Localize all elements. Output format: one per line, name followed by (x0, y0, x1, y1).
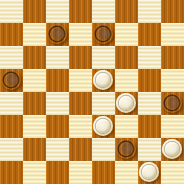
light-square-r6c0 (0, 138, 23, 161)
light-square-r3c5 (115, 69, 138, 92)
white-man-piece[interactable] (139, 162, 159, 182)
square-24[interactable] (138, 115, 161, 138)
square-12[interactable] (161, 46, 184, 69)
white-man-piece[interactable] (93, 70, 113, 90)
square-20[interactable] (161, 92, 184, 115)
square-18[interactable] (69, 92, 92, 115)
square-31[interactable] (92, 161, 115, 184)
square-9[interactable] (23, 46, 46, 69)
light-square-r3c3 (69, 69, 92, 92)
square-8[interactable] (138, 23, 161, 46)
square-11[interactable] (115, 46, 138, 69)
light-square-r5c3 (69, 115, 92, 138)
light-square-r5c5 (115, 115, 138, 138)
light-square-r0c6 (138, 0, 161, 23)
square-19[interactable] (115, 92, 138, 115)
light-square-r2c2 (46, 46, 69, 69)
square-32[interactable] (138, 161, 161, 184)
light-square-r0c2 (46, 0, 69, 23)
white-man-piece[interactable] (116, 93, 136, 113)
light-square-r1c5 (115, 23, 138, 46)
square-25[interactable] (23, 138, 46, 161)
light-square-r6c6 (138, 138, 161, 161)
white-man-piece[interactable] (93, 116, 113, 136)
black-man-piece[interactable] (93, 24, 113, 44)
square-22[interactable] (46, 115, 69, 138)
light-square-r6c2 (46, 138, 69, 161)
light-square-r5c7 (161, 115, 184, 138)
square-6[interactable] (46, 23, 69, 46)
square-5[interactable] (0, 23, 23, 46)
light-square-r5c1 (23, 115, 46, 138)
light-square-r2c0 (0, 46, 23, 69)
light-square-r0c4 (92, 0, 115, 23)
black-man-piece[interactable] (1, 70, 21, 90)
light-square-r3c1 (23, 69, 46, 92)
square-21[interactable] (0, 115, 23, 138)
black-man-piece[interactable] (162, 93, 182, 113)
black-man-piece[interactable] (47, 24, 67, 44)
square-23[interactable] (92, 115, 115, 138)
square-4[interactable] (161, 0, 184, 23)
light-square-r7c5 (115, 161, 138, 184)
square-2[interactable] (69, 0, 92, 23)
square-30[interactable] (46, 161, 69, 184)
square-3[interactable] (115, 0, 138, 23)
light-square-r4c2 (46, 92, 69, 115)
square-15[interactable] (92, 69, 115, 92)
square-28[interactable] (161, 138, 184, 161)
square-29[interactable] (0, 161, 23, 184)
light-square-r6c4 (92, 138, 115, 161)
black-man-piece[interactable] (116, 139, 136, 159)
light-square-r7c3 (69, 161, 92, 184)
square-13[interactable] (0, 69, 23, 92)
square-17[interactable] (23, 92, 46, 115)
light-square-r2c6 (138, 46, 161, 69)
square-1[interactable] (23, 0, 46, 23)
light-square-r2c4 (92, 46, 115, 69)
light-square-r4c4 (92, 92, 115, 115)
light-square-r1c7 (161, 23, 184, 46)
square-16[interactable] (138, 69, 161, 92)
light-square-r7c1 (23, 161, 46, 184)
square-10[interactable] (69, 46, 92, 69)
light-square-r3c7 (161, 69, 184, 92)
light-square-r4c0 (0, 92, 23, 115)
white-man-piece[interactable] (162, 139, 182, 159)
light-square-r4c6 (138, 92, 161, 115)
square-7[interactable] (92, 23, 115, 46)
light-square-r7c7 (161, 161, 184, 184)
square-27[interactable] (115, 138, 138, 161)
square-14[interactable] (46, 69, 69, 92)
checkers-board (0, 0, 184, 184)
light-square-r0c0 (0, 0, 23, 23)
light-square-r1c3 (69, 23, 92, 46)
square-26[interactable] (69, 138, 92, 161)
light-square-r1c1 (23, 23, 46, 46)
